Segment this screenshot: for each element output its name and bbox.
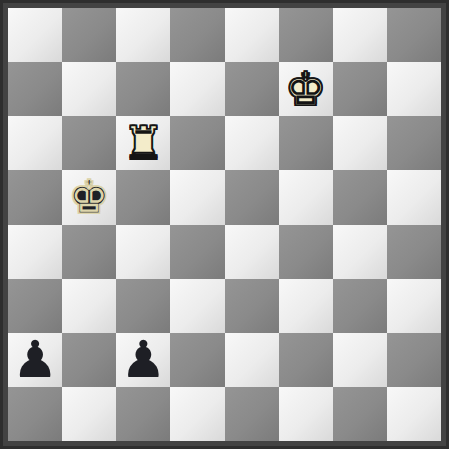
square-d3[interactable]: [170, 279, 224, 333]
square-c3[interactable]: [116, 279, 170, 333]
square-f7[interactable]: ♚: [279, 62, 333, 116]
square-g1[interactable]: [333, 387, 387, 441]
square-a6[interactable]: [8, 116, 62, 170]
square-h4[interactable]: [387, 225, 441, 279]
square-e1[interactable]: [225, 387, 279, 441]
piece-white-king[interactable]: ♚: [285, 66, 326, 112]
square-b5[interactable]: ♚: [62, 170, 116, 224]
square-h2[interactable]: [387, 333, 441, 387]
square-a4[interactable]: [8, 225, 62, 279]
square-b1[interactable]: [62, 387, 116, 441]
square-d2[interactable]: [170, 333, 224, 387]
square-b2[interactable]: [62, 333, 116, 387]
square-c5[interactable]: [116, 170, 170, 224]
square-c8[interactable]: [116, 8, 170, 62]
square-h8[interactable]: [387, 8, 441, 62]
square-g3[interactable]: [333, 279, 387, 333]
square-a7[interactable]: [8, 62, 62, 116]
piece-white-rook[interactable]: ♜: [123, 120, 164, 166]
square-e4[interactable]: [225, 225, 279, 279]
square-g7[interactable]: [333, 62, 387, 116]
square-f2[interactable]: [279, 333, 333, 387]
square-f1[interactable]: [279, 387, 333, 441]
square-e3[interactable]: [225, 279, 279, 333]
piece-black-pawn[interactable]: ♟: [120, 334, 166, 385]
square-f8[interactable]: [279, 8, 333, 62]
square-c1[interactable]: [116, 387, 170, 441]
square-e7[interactable]: [225, 62, 279, 116]
square-g6[interactable]: [333, 116, 387, 170]
square-a2[interactable]: ♟: [8, 333, 62, 387]
square-g4[interactable]: [333, 225, 387, 279]
square-e2[interactable]: [225, 333, 279, 387]
square-d4[interactable]: [170, 225, 224, 279]
square-c7[interactable]: [116, 62, 170, 116]
square-a3[interactable]: [8, 279, 62, 333]
square-b6[interactable]: [62, 116, 116, 170]
square-h7[interactable]: [387, 62, 441, 116]
square-g2[interactable]: [333, 333, 387, 387]
square-e5[interactable]: [225, 170, 279, 224]
square-f4[interactable]: [279, 225, 333, 279]
square-d6[interactable]: [170, 116, 224, 170]
square-a5[interactable]: [8, 170, 62, 224]
square-e6[interactable]: [225, 116, 279, 170]
square-f3[interactable]: [279, 279, 333, 333]
square-g8[interactable]: [333, 8, 387, 62]
chess-app: ♚♜♚♟♟: [0, 0, 449, 449]
square-h6[interactable]: [387, 116, 441, 170]
square-b7[interactable]: [62, 62, 116, 116]
square-d5[interactable]: [170, 170, 224, 224]
square-c6[interactable]: ♜: [116, 116, 170, 170]
square-f6[interactable]: [279, 116, 333, 170]
square-h3[interactable]: [387, 279, 441, 333]
square-d1[interactable]: [170, 387, 224, 441]
square-c2[interactable]: ♟: [116, 333, 170, 387]
square-g5[interactable]: [333, 170, 387, 224]
square-b4[interactable]: [62, 225, 116, 279]
board-frame: ♚♜♚♟♟: [0, 0, 449, 449]
square-b8[interactable]: [62, 8, 116, 62]
square-d7[interactable]: [170, 62, 224, 116]
square-h5[interactable]: [387, 170, 441, 224]
square-h1[interactable]: [387, 387, 441, 441]
square-a1[interactable]: [8, 387, 62, 441]
piece-black-king[interactable]: ♚: [69, 174, 110, 220]
chess-board: ♚♜♚♟♟: [8, 8, 441, 441]
square-f5[interactable]: [279, 170, 333, 224]
square-b3[interactable]: [62, 279, 116, 333]
square-d8[interactable]: [170, 8, 224, 62]
square-a8[interactable]: [8, 8, 62, 62]
piece-black-pawn[interactable]: ♟: [12, 334, 58, 385]
square-e8[interactable]: [225, 8, 279, 62]
square-c4[interactable]: [116, 225, 170, 279]
